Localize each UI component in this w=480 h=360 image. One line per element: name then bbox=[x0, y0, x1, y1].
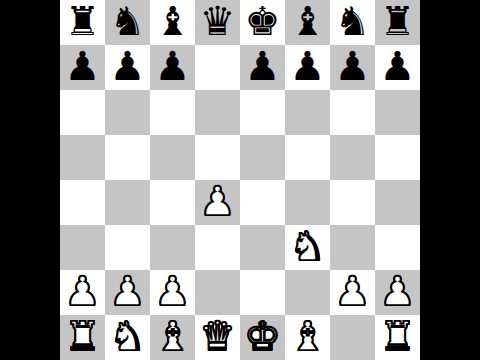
square-h5[interactable] bbox=[375, 135, 420, 180]
square-h2[interactable]: ♟ bbox=[375, 270, 420, 315]
square-a8[interactable]: ♜ bbox=[60, 0, 105, 45]
square-e7[interactable]: ♟ bbox=[240, 45, 285, 90]
white-pawn[interactable]: ♟ bbox=[65, 270, 101, 314]
square-c5[interactable] bbox=[150, 135, 195, 180]
square-h6[interactable] bbox=[375, 90, 420, 135]
white-king[interactable]: ♚ bbox=[245, 315, 281, 359]
square-h1[interactable]: ♜ bbox=[375, 315, 420, 360]
square-e8[interactable]: ♚ bbox=[240, 0, 285, 45]
black-pawn[interactable]: ♟ bbox=[110, 45, 146, 89]
square-a1[interactable]: ♜ bbox=[60, 315, 105, 360]
square-d3[interactable] bbox=[195, 225, 240, 270]
square-a2[interactable]: ♟ bbox=[60, 270, 105, 315]
square-e5[interactable] bbox=[240, 135, 285, 180]
white-pawn[interactable]: ♟ bbox=[200, 180, 236, 224]
white-pawn[interactable]: ♟ bbox=[380, 270, 416, 314]
square-c1[interactable]: ♝ bbox=[150, 315, 195, 360]
white-queen[interactable]: ♛ bbox=[200, 315, 236, 359]
square-g7[interactable]: ♟ bbox=[330, 45, 375, 90]
square-d7[interactable] bbox=[195, 45, 240, 90]
square-g1[interactable] bbox=[330, 315, 375, 360]
black-rook[interactable]: ♜ bbox=[65, 0, 101, 44]
square-d5[interactable] bbox=[195, 135, 240, 180]
black-king[interactable]: ♚ bbox=[245, 0, 281, 44]
square-c8[interactable]: ♝ bbox=[150, 0, 195, 45]
square-a4[interactable] bbox=[60, 180, 105, 225]
square-b4[interactable] bbox=[105, 180, 150, 225]
square-c7[interactable]: ♟ bbox=[150, 45, 195, 90]
square-d8[interactable]: ♛ bbox=[195, 0, 240, 45]
square-a5[interactable] bbox=[60, 135, 105, 180]
white-knight[interactable]: ♞ bbox=[110, 315, 146, 359]
white-rook[interactable]: ♜ bbox=[65, 315, 101, 359]
square-c4[interactable] bbox=[150, 180, 195, 225]
square-f3[interactable]: ♞ bbox=[285, 225, 330, 270]
square-g8[interactable]: ♞ bbox=[330, 0, 375, 45]
black-pawn[interactable]: ♟ bbox=[290, 45, 326, 89]
square-b3[interactable] bbox=[105, 225, 150, 270]
letterbox-right bbox=[420, 0, 480, 360]
black-bishop[interactable]: ♝ bbox=[155, 0, 191, 44]
square-b1[interactable]: ♞ bbox=[105, 315, 150, 360]
square-d6[interactable] bbox=[195, 90, 240, 135]
square-d2[interactable] bbox=[195, 270, 240, 315]
white-pawn[interactable]: ♟ bbox=[155, 270, 191, 314]
square-e1[interactable]: ♚ bbox=[240, 315, 285, 360]
black-knight[interactable]: ♞ bbox=[110, 0, 146, 44]
white-rook[interactable]: ♜ bbox=[380, 315, 416, 359]
chess-board[interactable]: ♜♞♝♛♚♝♞♜♟♟♟♟♟♟♟♟♞♟♟♟♟♟♜♞♝♛♚♝♜ bbox=[60, 0, 420, 360]
white-knight[interactable]: ♞ bbox=[290, 225, 326, 269]
white-bishop[interactable]: ♝ bbox=[155, 315, 191, 359]
square-f1[interactable]: ♝ bbox=[285, 315, 330, 360]
square-c6[interactable] bbox=[150, 90, 195, 135]
black-pawn[interactable]: ♟ bbox=[335, 45, 371, 89]
square-g4[interactable] bbox=[330, 180, 375, 225]
square-f6[interactable] bbox=[285, 90, 330, 135]
black-pawn[interactable]: ♟ bbox=[380, 45, 416, 89]
square-d4[interactable]: ♟ bbox=[195, 180, 240, 225]
square-f8[interactable]: ♝ bbox=[285, 0, 330, 45]
square-b8[interactable]: ♞ bbox=[105, 0, 150, 45]
square-f2[interactable] bbox=[285, 270, 330, 315]
square-a7[interactable]: ♟ bbox=[60, 45, 105, 90]
black-queen[interactable]: ♛ bbox=[200, 0, 236, 44]
square-f7[interactable]: ♟ bbox=[285, 45, 330, 90]
square-h8[interactable]: ♜ bbox=[375, 0, 420, 45]
square-b6[interactable] bbox=[105, 90, 150, 135]
square-b5[interactable] bbox=[105, 135, 150, 180]
square-e2[interactable] bbox=[240, 270, 285, 315]
black-rook[interactable]: ♜ bbox=[380, 0, 416, 44]
square-f5[interactable] bbox=[285, 135, 330, 180]
square-a3[interactable] bbox=[60, 225, 105, 270]
black-bishop[interactable]: ♝ bbox=[290, 0, 326, 44]
square-b7[interactable]: ♟ bbox=[105, 45, 150, 90]
black-knight[interactable]: ♞ bbox=[335, 0, 371, 44]
square-h7[interactable]: ♟ bbox=[375, 45, 420, 90]
black-pawn[interactable]: ♟ bbox=[65, 45, 101, 89]
square-g5[interactable] bbox=[330, 135, 375, 180]
square-e6[interactable] bbox=[240, 90, 285, 135]
square-c2[interactable]: ♟ bbox=[150, 270, 195, 315]
square-c3[interactable] bbox=[150, 225, 195, 270]
white-pawn[interactable]: ♟ bbox=[110, 270, 146, 314]
square-h4[interactable] bbox=[375, 180, 420, 225]
square-g3[interactable] bbox=[330, 225, 375, 270]
square-e3[interactable] bbox=[240, 225, 285, 270]
square-h3[interactable] bbox=[375, 225, 420, 270]
black-pawn[interactable]: ♟ bbox=[155, 45, 191, 89]
white-bishop[interactable]: ♝ bbox=[290, 315, 326, 359]
video-frame: ♜♞♝♛♚♝♞♜♟♟♟♟♟♟♟♟♞♟♟♟♟♟♜♞♝♛♚♝♜ bbox=[0, 0, 480, 360]
square-e4[interactable] bbox=[240, 180, 285, 225]
square-f4[interactable] bbox=[285, 180, 330, 225]
square-d1[interactable]: ♛ bbox=[195, 315, 240, 360]
white-pawn[interactable]: ♟ bbox=[335, 270, 371, 314]
square-g6[interactable] bbox=[330, 90, 375, 135]
black-pawn[interactable]: ♟ bbox=[245, 45, 281, 89]
letterbox-left bbox=[0, 0, 60, 360]
square-b2[interactable]: ♟ bbox=[105, 270, 150, 315]
square-a6[interactable] bbox=[60, 90, 105, 135]
square-g2[interactable]: ♟ bbox=[330, 270, 375, 315]
